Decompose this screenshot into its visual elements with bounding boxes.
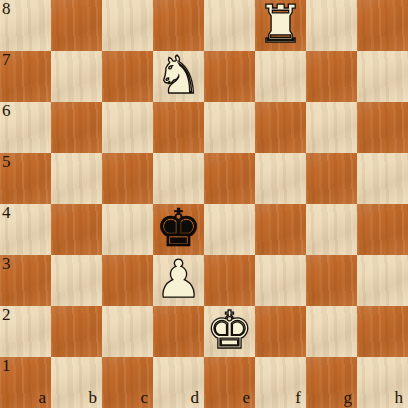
square-f3[interactable] <box>255 255 306 306</box>
square-a4[interactable] <box>0 204 51 255</box>
square-h3[interactable] <box>357 255 408 306</box>
square-d3[interactable]: ♟ <box>153 255 204 306</box>
square-d5[interactable] <box>153 153 204 204</box>
square-h5[interactable] <box>357 153 408 204</box>
white-rook[interactable]: ♜ <box>257 0 304 50</box>
square-c7[interactable] <box>102 51 153 102</box>
square-e6[interactable] <box>204 102 255 153</box>
square-a7[interactable] <box>0 51 51 102</box>
black-king[interactable]: ♚ <box>155 202 202 254</box>
square-g7[interactable] <box>306 51 357 102</box>
square-d1[interactable] <box>153 357 204 408</box>
square-c2[interactable] <box>102 306 153 357</box>
square-h1[interactable] <box>357 357 408 408</box>
square-d6[interactable] <box>153 102 204 153</box>
square-f5[interactable] <box>255 153 306 204</box>
white-king[interactable]: ♚ <box>206 304 253 356</box>
square-h4[interactable] <box>357 204 408 255</box>
square-c3[interactable] <box>102 255 153 306</box>
square-g8[interactable] <box>306 0 357 51</box>
square-f6[interactable] <box>255 102 306 153</box>
square-b8[interactable] <box>51 0 102 51</box>
square-g3[interactable] <box>306 255 357 306</box>
square-c8[interactable] <box>102 0 153 51</box>
square-g5[interactable] <box>306 153 357 204</box>
square-b2[interactable] <box>51 306 102 357</box>
square-b6[interactable] <box>51 102 102 153</box>
square-f4[interactable] <box>255 204 306 255</box>
square-e5[interactable] <box>204 153 255 204</box>
square-e3[interactable] <box>204 255 255 306</box>
square-f2[interactable] <box>255 306 306 357</box>
square-a2[interactable] <box>0 306 51 357</box>
square-f7[interactable] <box>255 51 306 102</box>
square-c4[interactable] <box>102 204 153 255</box>
white-knight[interactable]: ♞ <box>155 49 202 101</box>
square-h8[interactable] <box>357 0 408 51</box>
square-g2[interactable] <box>306 306 357 357</box>
square-g6[interactable] <box>306 102 357 153</box>
square-a1[interactable] <box>0 357 51 408</box>
square-b3[interactable] <box>51 255 102 306</box>
square-b4[interactable] <box>51 204 102 255</box>
square-e2[interactable]: ♚ <box>204 306 255 357</box>
square-h6[interactable] <box>357 102 408 153</box>
square-e1[interactable] <box>204 357 255 408</box>
square-e8[interactable] <box>204 0 255 51</box>
square-g4[interactable] <box>306 204 357 255</box>
square-b1[interactable] <box>51 357 102 408</box>
square-d8[interactable] <box>153 0 204 51</box>
square-d4[interactable]: ♚ <box>153 204 204 255</box>
square-a5[interactable] <box>0 153 51 204</box>
square-a3[interactable] <box>0 255 51 306</box>
square-b5[interactable] <box>51 153 102 204</box>
white-pawn[interactable]: ♟ <box>155 253 202 305</box>
square-d2[interactable] <box>153 306 204 357</box>
square-e4[interactable] <box>204 204 255 255</box>
square-f8[interactable]: ♜ <box>255 0 306 51</box>
square-f1[interactable] <box>255 357 306 408</box>
square-h2[interactable] <box>357 306 408 357</box>
square-a6[interactable] <box>0 102 51 153</box>
square-b7[interactable] <box>51 51 102 102</box>
square-c1[interactable] <box>102 357 153 408</box>
square-g1[interactable] <box>306 357 357 408</box>
square-d7[interactable]: ♞ <box>153 51 204 102</box>
square-c5[interactable] <box>102 153 153 204</box>
chess-board: ♜♞♚♟♚87654321abcdefgh <box>0 0 408 408</box>
square-c6[interactable] <box>102 102 153 153</box>
square-e7[interactable] <box>204 51 255 102</box>
square-a8[interactable] <box>0 0 51 51</box>
square-h7[interactable] <box>357 51 408 102</box>
